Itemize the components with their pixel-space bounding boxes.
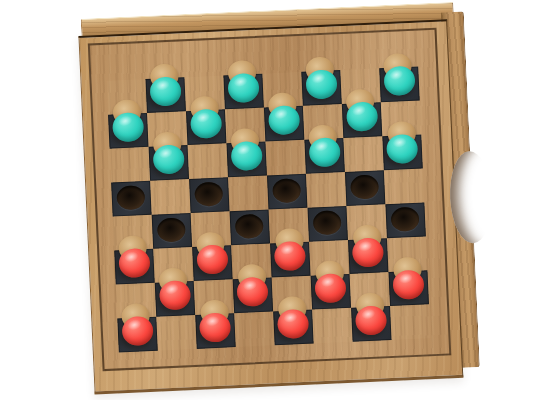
- light-square: [265, 140, 306, 176]
- light-square: [384, 168, 425, 204]
- dark-square[interactable]: [223, 74, 264, 110]
- red-peg[interactable]: [274, 296, 310, 342]
- dark-square[interactable]: [270, 242, 311, 278]
- peg-cap: [387, 134, 418, 163]
- peg-cap: [121, 315, 155, 347]
- peg-gloss: [155, 78, 172, 92]
- dark-square[interactable]: [233, 277, 274, 313]
- light-square: [312, 308, 353, 344]
- peg-hole[interactable]: [116, 185, 145, 210]
- light-square: [343, 136, 384, 172]
- peg-cap: [274, 241, 305, 270]
- peg-cap: [190, 108, 223, 139]
- peg-cap: [305, 69, 338, 100]
- dark-square[interactable]: [108, 113, 149, 149]
- light-square: [390, 304, 431, 340]
- peg-cap: [152, 144, 185, 175]
- peg-cap: [199, 313, 230, 342]
- dark-square[interactable]: [155, 281, 196, 317]
- peg-gloss: [195, 110, 212, 124]
- red-peg[interactable]: [234, 264, 270, 310]
- teal-peg[interactable]: [384, 121, 420, 167]
- peg-cap: [277, 309, 308, 338]
- dark-square[interactable]: [264, 106, 305, 142]
- red-peg[interactable]: [117, 302, 157, 351]
- red-peg[interactable]: [191, 230, 231, 279]
- peg-hole[interactable]: [391, 207, 420, 232]
- red-peg[interactable]: [312, 261, 348, 307]
- dark-square[interactable]: [301, 70, 342, 106]
- dark-square[interactable]: [114, 249, 155, 285]
- dark-square[interactable]: [117, 317, 158, 353]
- peg-cap: [227, 73, 260, 104]
- peg-gloss: [123, 250, 140, 264]
- red-peg[interactable]: [352, 292, 389, 339]
- peg-hole[interactable]: [272, 178, 301, 203]
- light-square: [150, 179, 191, 215]
- light-square: [156, 315, 197, 351]
- light-square: [234, 311, 275, 347]
- teal-peg[interactable]: [263, 91, 303, 140]
- dark-square[interactable]: [304, 138, 345, 174]
- red-peg[interactable]: [196, 300, 232, 346]
- peg-cap: [196, 244, 230, 276]
- peg-cap: [383, 65, 417, 97]
- dark-square[interactable]: [145, 77, 186, 113]
- peg-gloss: [201, 246, 218, 261]
- checkers-board: [107, 67, 431, 353]
- red-peg[interactable]: [349, 225, 385, 271]
- peg-cap: [158, 279, 192, 311]
- light-square: [306, 172, 347, 208]
- teal-peg[interactable]: [226, 127, 266, 176]
- teal-peg[interactable]: [341, 88, 381, 137]
- dark-square[interactable]: [186, 109, 227, 145]
- dark-square[interactable]: [267, 174, 308, 210]
- peg-cap: [352, 238, 383, 267]
- dark-square[interactable]: [192, 245, 233, 281]
- peg-gloss: [360, 307, 377, 321]
- photo-background: [0, 0, 533, 400]
- dark-square[interactable]: [311, 274, 352, 310]
- peg-gloss: [205, 314, 221, 327]
- teal-peg[interactable]: [149, 131, 188, 179]
- peg-gloss: [392, 136, 408, 149]
- peg-cap: [268, 104, 301, 135]
- dark-square[interactable]: [379, 67, 420, 103]
- red-peg[interactable]: [389, 257, 426, 304]
- peg-gloss: [164, 282, 181, 297]
- sliding-lid[interactable]: [88, 28, 452, 371]
- dark-square[interactable]: [385, 202, 426, 238]
- dark-square[interactable]: [345, 170, 386, 206]
- red-peg[interactable]: [271, 228, 307, 274]
- teal-peg[interactable]: [223, 59, 262, 107]
- dark-square[interactable]: [152, 213, 193, 249]
- dark-square[interactable]: [226, 142, 267, 178]
- peg-gloss: [313, 139, 330, 154]
- peg-cap: [149, 76, 181, 106]
- peg-gloss: [351, 103, 368, 118]
- dark-square[interactable]: [382, 134, 423, 170]
- peg-gloss: [236, 142, 253, 156]
- peg-hole[interactable]: [313, 210, 342, 235]
- light-square: [188, 143, 229, 179]
- peg-hole[interactable]: [350, 174, 379, 199]
- light-square: [228, 176, 269, 212]
- dark-square[interactable]: [342, 102, 383, 138]
- teal-peg[interactable]: [146, 63, 184, 111]
- red-peg[interactable]: [114, 234, 154, 283]
- dark-square[interactable]: [388, 270, 429, 306]
- dark-square[interactable]: [351, 306, 392, 342]
- dark-square[interactable]: [111, 181, 152, 217]
- dark-square[interactable]: [149, 145, 190, 181]
- peg-cap: [308, 136, 342, 168]
- peg-cap: [315, 274, 346, 303]
- game-box: [78, 1, 481, 394]
- dark-square[interactable]: [273, 310, 314, 346]
- peg-gloss: [126, 318, 143, 333]
- teal-peg[interactable]: [108, 99, 146, 147]
- light-square: [110, 147, 151, 183]
- peg-cap: [230, 140, 263, 171]
- teal-peg[interactable]: [301, 56, 341, 105]
- teal-peg[interactable]: [378, 52, 418, 101]
- peg-gloss: [283, 311, 299, 325]
- peg-gloss: [357, 239, 373, 253]
- peg-hole[interactable]: [157, 217, 186, 242]
- peg-gloss: [320, 275, 336, 289]
- peg-gloss: [280, 243, 296, 256]
- peg-gloss: [273, 107, 290, 121]
- dark-square[interactable]: [348, 238, 389, 274]
- peg-gloss: [158, 146, 175, 160]
- red-peg[interactable]: [154, 266, 194, 315]
- peg-gloss: [388, 67, 405, 82]
- peg-cap: [237, 277, 268, 306]
- peg-gloss: [242, 279, 258, 292]
- dark-square[interactable]: [195, 313, 236, 349]
- peg-cap: [112, 112, 144, 142]
- peg-gloss: [310, 71, 327, 85]
- peg-hole[interactable]: [235, 214, 264, 239]
- dark-square[interactable]: [230, 209, 271, 245]
- peg-gloss: [233, 75, 250, 89]
- peg-cap: [118, 247, 151, 278]
- peg-cap: [393, 270, 425, 300]
- peg-cap: [355, 306, 387, 336]
- teal-peg[interactable]: [186, 95, 225, 143]
- peg-gloss: [398, 271, 415, 285]
- teal-peg[interactable]: [304, 123, 344, 172]
- box-frame: [78, 19, 463, 394]
- dark-square[interactable]: [307, 206, 348, 242]
- peg-hole[interactable]: [194, 182, 223, 207]
- dark-square[interactable]: [189, 177, 230, 213]
- peg-cap: [345, 101, 379, 133]
- peg-gloss: [117, 114, 134, 128]
